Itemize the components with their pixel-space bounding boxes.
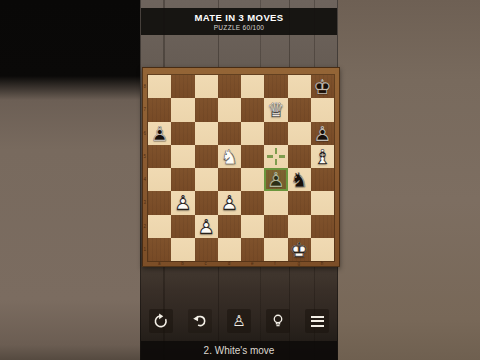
rank-label: 3 [144, 200, 147, 205]
board-square[interactable]: ♚♔ [288, 238, 311, 261]
piece-white-pawn[interactable]: ♟♙ [218, 191, 241, 214]
board-square[interactable] [195, 145, 218, 168]
board-square[interactable] [148, 215, 171, 238]
board-square[interactable] [264, 215, 287, 238]
board-square[interactable] [218, 75, 241, 98]
board-square[interactable] [288, 215, 311, 238]
board-square[interactable] [241, 238, 264, 261]
status-bar: 2. White's move [141, 341, 337, 360]
puzzle-progress: PUZZLE 60/100 [214, 24, 265, 32]
rank-label: 2 [144, 224, 147, 229]
rank-label: 7 [144, 107, 147, 112]
piece-white-knight[interactable]: ♞♘ [218, 145, 241, 168]
board-square[interactable] [218, 215, 241, 238]
piece-black-knight[interactable]: ♞♘ [288, 168, 311, 191]
board-square[interactable] [171, 168, 194, 191]
rank-label: 4 [144, 177, 147, 182]
board-square[interactable] [241, 122, 264, 145]
board-square[interactable] [288, 191, 311, 214]
letterbox-right [338, 0, 480, 360]
piece-black-pawn[interactable]: ♟♙ [264, 168, 287, 191]
piece-white-king[interactable]: ♚♔ [288, 238, 311, 261]
hint-button[interactable] [266, 309, 290, 333]
file-label: h [321, 261, 324, 266]
board-square[interactable] [218, 168, 241, 191]
board-square[interactable] [311, 215, 334, 238]
board-square[interactable] [195, 238, 218, 261]
board-square[interactable] [288, 75, 311, 98]
board-square[interactable] [195, 122, 218, 145]
board-square[interactable]: ♟♙ [195, 215, 218, 238]
board-square[interactable] [148, 238, 171, 261]
board-square[interactable] [148, 191, 171, 214]
board-square[interactable] [171, 145, 194, 168]
piece-black-king[interactable]: ♚♔ [311, 75, 334, 98]
board-square[interactable] [241, 98, 264, 121]
toolbar: ♙ [141, 309, 337, 333]
move-indicator: 2. White's move [204, 345, 275, 356]
board-square[interactable] [264, 122, 287, 145]
board-square[interactable]: ♟♙ [148, 122, 171, 145]
board-square[interactable] [218, 238, 241, 261]
file-label: g [298, 261, 301, 266]
board-square[interactable] [171, 122, 194, 145]
undo-icon [192, 313, 208, 329]
menu-button[interactable] [305, 309, 329, 333]
file-label: c [205, 261, 207, 266]
board-square[interactable] [241, 75, 264, 98]
board-square[interactable] [241, 191, 264, 214]
board-square[interactable] [264, 75, 287, 98]
board-square[interactable] [171, 98, 194, 121]
piece-white-pawn[interactable]: ♟♙ [195, 215, 218, 238]
pawn-icon: ♙ [232, 314, 245, 329]
board-square[interactable] [218, 98, 241, 121]
board-square[interactable] [148, 168, 171, 191]
rank-label: 5 [144, 154, 147, 159]
board-square[interactable] [148, 75, 171, 98]
board-square[interactable] [171, 238, 194, 261]
rank-label: 6 [144, 131, 147, 136]
piece-button[interactable]: ♙ [227, 309, 251, 333]
board-square[interactable] [195, 191, 218, 214]
board-square[interactable] [241, 215, 264, 238]
file-label: d [228, 261, 231, 266]
rank-label: 1 [144, 247, 147, 252]
piece-black-pawn[interactable]: ♟♙ [148, 122, 171, 145]
board-square[interactable]: ♞♘ [218, 145, 241, 168]
board-square[interactable] [195, 98, 218, 121]
file-label: b [181, 261, 184, 266]
app-screenshot: MATE IN 3 MOVES PUZZLE 60/100 ♚♔♛♕♟♙♟♙♞♘… [0, 0, 480, 360]
letterbox-left [0, 0, 140, 360]
restart-icon [153, 313, 169, 329]
board-square[interactable]: ♝♗ [311, 145, 334, 168]
board-square[interactable] [311, 238, 334, 261]
file-label: a [158, 261, 161, 266]
board-square[interactable] [195, 168, 218, 191]
board-square[interactable] [288, 145, 311, 168]
undo-button[interactable] [188, 309, 212, 333]
piece-white-pawn[interactable]: ♟♙ [171, 191, 194, 214]
board-square[interactable] [264, 191, 287, 214]
file-label: e [251, 261, 254, 266]
board-square[interactable] [241, 168, 264, 191]
board-grid: ♚♔♛♕♟♙♟♙♞♘♝♗♟♙♞♘♟♙♟♙♟♙♚♔ [148, 75, 334, 261]
piece-white-queen[interactable]: ♛♕ [264, 98, 287, 121]
board-square[interactable]: ♟♙ [218, 191, 241, 214]
lightbulb-icon [270, 313, 286, 329]
board-square[interactable] [218, 122, 241, 145]
board-square[interactable] [311, 168, 334, 191]
piece-black-pawn[interactable]: ♟♙ [311, 122, 334, 145]
board-square[interactable] [311, 98, 334, 121]
board-square[interactable] [241, 145, 264, 168]
board-square[interactable]: ♞♘ [288, 168, 311, 191]
board-square[interactable] [264, 238, 287, 261]
board-square[interactable] [148, 98, 171, 121]
board-square[interactable]: ♟♙ [311, 122, 334, 145]
board-square[interactable] [288, 98, 311, 121]
board-square[interactable] [311, 191, 334, 214]
piece-white-bishop[interactable]: ♝♗ [311, 145, 334, 168]
board-square[interactable] [171, 75, 194, 98]
restart-button[interactable] [149, 309, 173, 333]
crosshair-marker [264, 145, 287, 168]
board-square-last-move[interactable]: ♟♙ [264, 168, 287, 191]
rank-label: 8 [144, 84, 147, 89]
board-square[interactable]: ♛♕ [264, 98, 287, 121]
board-square[interactable]: ♟♙ [171, 191, 194, 214]
board-square[interactable] [195, 75, 218, 98]
board-square[interactable] [288, 122, 311, 145]
board-square[interactable] [171, 215, 194, 238]
chess-board-frame: ♚♔♛♕♟♙♟♙♞♘♝♗♟♙♞♘♟♙♟♙♟♙♚♔ abcdefgh8765432… [142, 67, 340, 267]
menu-icon [311, 316, 324, 327]
puzzle-header: MATE IN 3 MOVES PUZZLE 60/100 [141, 8, 337, 35]
app-view: MATE IN 3 MOVES PUZZLE 60/100 ♚♔♛♕♟♙♟♙♞♘… [140, 0, 338, 360]
board-square[interactable] [148, 145, 171, 168]
board-square[interactable]: ♚♔ [311, 75, 334, 98]
puzzle-title: MATE IN 3 MOVES [194, 12, 283, 23]
file-label: f [274, 261, 275, 266]
board-square[interactable] [264, 145, 287, 168]
